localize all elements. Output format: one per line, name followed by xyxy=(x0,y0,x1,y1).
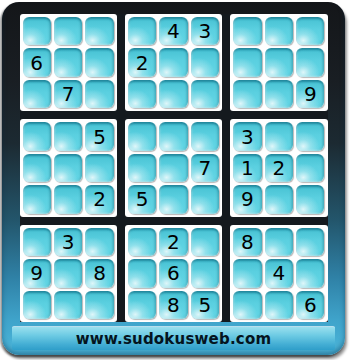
cell-r3c3[interactable] xyxy=(85,80,113,108)
box-3: 9 xyxy=(230,14,327,111)
cell-r3c9[interactable]: 9 xyxy=(296,80,324,108)
cell-r9c6[interactable]: 5 xyxy=(191,291,219,319)
box-4: 52 xyxy=(20,119,117,216)
cell-r6c9[interactable] xyxy=(296,185,324,213)
cell-r5c2[interactable] xyxy=(54,154,82,182)
cell-r1c6[interactable]: 3 xyxy=(191,17,219,45)
cell-r8c1[interactable]: 9 xyxy=(23,259,51,287)
cell-r3c2[interactable]: 7 xyxy=(54,80,82,108)
cell-r6c3[interactable]: 2 xyxy=(85,185,113,213)
cell-r1c7[interactable] xyxy=(233,17,261,45)
cell-r1c1[interactable] xyxy=(23,17,51,45)
cell-r8c8[interactable]: 4 xyxy=(265,259,293,287)
box-6: 3129 xyxy=(230,119,327,216)
cell-r9c1[interactable] xyxy=(23,291,51,319)
cell-r8c5[interactable]: 6 xyxy=(159,259,187,287)
cell-r6c4[interactable]: 5 xyxy=(128,185,156,213)
cell-r7c5[interactable]: 2 xyxy=(159,228,187,256)
cell-r3c6[interactable] xyxy=(191,80,219,108)
cell-r5c4[interactable] xyxy=(128,154,156,182)
site-url: www.sudokusweb.com xyxy=(76,330,271,348)
cell-r5c9[interactable] xyxy=(296,154,324,182)
cell-r4c9[interactable] xyxy=(296,122,324,150)
cell-r9c7[interactable] xyxy=(233,291,261,319)
cell-r2c5[interactable] xyxy=(159,48,187,76)
cell-r5c8[interactable]: 2 xyxy=(265,154,293,182)
cell-r3c4[interactable] xyxy=(128,80,156,108)
box-7: 398 xyxy=(20,225,117,322)
cell-r6c6[interactable] xyxy=(191,185,219,213)
cell-r5c3[interactable] xyxy=(85,154,113,182)
cell-r2c9[interactable] xyxy=(296,48,324,76)
cell-r2c8[interactable] xyxy=(265,48,293,76)
cell-r9c9[interactable]: 6 xyxy=(296,291,324,319)
cell-r9c3[interactable] xyxy=(85,291,113,319)
footer-bar: www.sudokusweb.com xyxy=(12,326,335,350)
cell-r2c6[interactable] xyxy=(191,48,219,76)
board-frame: 674329527531293982685846 www.sudokusweb.… xyxy=(2,2,345,355)
cell-r2c4[interactable]: 2 xyxy=(128,48,156,76)
cell-r8c9[interactable] xyxy=(296,259,324,287)
cell-r8c7[interactable] xyxy=(233,259,261,287)
cell-r8c6[interactable] xyxy=(191,259,219,287)
box-8: 2685 xyxy=(125,225,222,322)
cell-r6c5[interactable] xyxy=(159,185,187,213)
cell-r8c2[interactable] xyxy=(54,259,82,287)
cell-r9c4[interactable] xyxy=(128,291,156,319)
cell-r1c9[interactable] xyxy=(296,17,324,45)
cell-r7c2[interactable]: 3 xyxy=(54,228,82,256)
sudoku-app: 674329527531293982685846 www.sudokusweb.… xyxy=(0,0,350,360)
cell-r4c4[interactable] xyxy=(128,122,156,150)
cell-r9c8[interactable] xyxy=(265,291,293,319)
cell-r1c5[interactable]: 4 xyxy=(159,17,187,45)
cell-r7c4[interactable] xyxy=(128,228,156,256)
cell-r7c7[interactable]: 8 xyxy=(233,228,261,256)
cell-r1c2[interactable] xyxy=(54,17,82,45)
cell-r4c6[interactable] xyxy=(191,122,219,150)
box-2: 432 xyxy=(125,14,222,111)
cell-r1c8[interactable] xyxy=(265,17,293,45)
box-9: 846 xyxy=(230,225,327,322)
cell-r9c5[interactable]: 8 xyxy=(159,291,187,319)
cell-r3c5[interactable] xyxy=(159,80,187,108)
cell-r2c7[interactable] xyxy=(233,48,261,76)
cell-r4c2[interactable] xyxy=(54,122,82,150)
cell-r8c3[interactable]: 8 xyxy=(85,259,113,287)
cell-r3c7[interactable] xyxy=(233,80,261,108)
cell-r3c1[interactable] xyxy=(23,80,51,108)
cell-r7c6[interactable] xyxy=(191,228,219,256)
cell-r4c7[interactable]: 3 xyxy=(233,122,261,150)
cell-r5c6[interactable]: 7 xyxy=(191,154,219,182)
cell-r2c1[interactable]: 6 xyxy=(23,48,51,76)
cell-r7c9[interactable] xyxy=(296,228,324,256)
cell-r2c3[interactable] xyxy=(85,48,113,76)
cell-r2c2[interactable] xyxy=(54,48,82,76)
cell-r9c2[interactable] xyxy=(54,291,82,319)
cell-r4c5[interactable] xyxy=(159,122,187,150)
cell-r7c3[interactable] xyxy=(85,228,113,256)
cell-r4c8[interactable] xyxy=(265,122,293,150)
cell-r3c8[interactable] xyxy=(265,80,293,108)
box-1: 67 xyxy=(20,14,117,111)
sudoku-grid: 674329527531293982685846 xyxy=(20,14,328,322)
cell-r4c3[interactable]: 5 xyxy=(85,122,113,150)
cell-r5c7[interactable]: 1 xyxy=(233,154,261,182)
cell-r5c1[interactable] xyxy=(23,154,51,182)
cell-r7c8[interactable] xyxy=(265,228,293,256)
cell-r6c7[interactable]: 9 xyxy=(233,185,261,213)
cell-r7c1[interactable] xyxy=(23,228,51,256)
cell-r6c1[interactable] xyxy=(23,185,51,213)
cell-r8c4[interactable] xyxy=(128,259,156,287)
cell-r4c1[interactable] xyxy=(23,122,51,150)
cell-r5c5[interactable] xyxy=(159,154,187,182)
box-5: 75 xyxy=(125,119,222,216)
cell-r6c8[interactable] xyxy=(265,185,293,213)
cell-r1c3[interactable] xyxy=(85,17,113,45)
cell-r1c4[interactable] xyxy=(128,17,156,45)
cell-r6c2[interactable] xyxy=(54,185,82,213)
